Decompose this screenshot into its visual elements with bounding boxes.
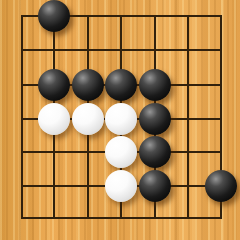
- black-stone[interactable]: [205, 170, 237, 202]
- board-cell: [53, 185, 87, 217]
- black-stone[interactable]: [38, 0, 70, 32]
- white-stone[interactable]: [38, 103, 70, 135]
- black-stone[interactable]: [105, 69, 137, 101]
- go-board[interactable]: [0, 0, 240, 240]
- white-stone[interactable]: [72, 103, 104, 135]
- black-stone[interactable]: [139, 170, 171, 202]
- board-cell: [53, 151, 87, 185]
- board-cell: [154, 17, 188, 49]
- board-cell: [23, 185, 54, 217]
- board-cell: [23, 151, 54, 185]
- board-cell: [187, 49, 220, 84]
- board-cell: [187, 84, 220, 118]
- black-stone[interactable]: [139, 103, 171, 135]
- board-cell: [87, 17, 121, 49]
- white-stone[interactable]: [105, 103, 137, 135]
- black-stone[interactable]: [72, 69, 104, 101]
- white-stone[interactable]: [105, 170, 137, 202]
- board-cell: [187, 17, 220, 49]
- white-stone[interactable]: [105, 136, 137, 168]
- black-stone[interactable]: [38, 69, 70, 101]
- board-cell: [187, 118, 220, 152]
- black-stone[interactable]: [139, 69, 171, 101]
- board-cell: [120, 17, 154, 49]
- black-stone[interactable]: [139, 136, 171, 168]
